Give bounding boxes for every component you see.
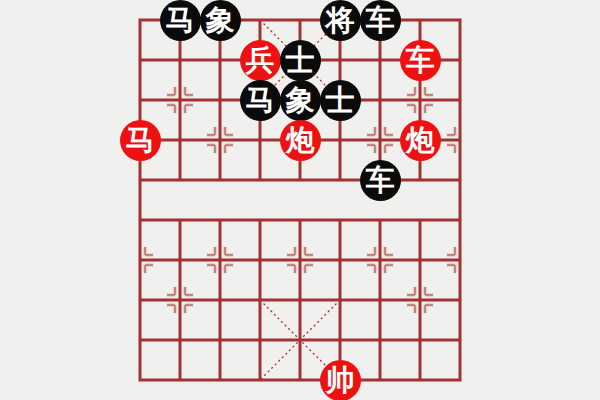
piece-black-general[interactable]: 将 [320, 0, 361, 41]
piece-black-elephant[interactable]: 象 [200, 0, 241, 41]
piece-label: 炮 [286, 126, 315, 155]
piece-label: 兵 [246, 46, 275, 75]
piece-label: 马 [126, 126, 155, 155]
piece-label: 士 [286, 46, 315, 75]
piece-black-elephant[interactable]: 象 [280, 80, 321, 121]
piece-label: 车 [406, 46, 435, 75]
piece-black-horse[interactable]: 马 [240, 80, 281, 121]
piece-label: 马 [166, 6, 195, 35]
piece-red-horse[interactable]: 马 [120, 120, 161, 161]
piece-red-soldier[interactable]: 兵 [240, 40, 281, 81]
piece-black-advisor[interactable]: 士 [320, 80, 361, 121]
piece-black-chariot[interactable]: 车 [360, 0, 401, 41]
piece-red-cannon[interactable]: 炮 [280, 120, 321, 161]
piece-label: 士 [326, 86, 355, 115]
piece-layer: 马象将车兵士车马象士马炮炮车帅 [120, 0, 480, 400]
piece-label: 将 [326, 6, 355, 35]
piece-red-general[interactable]: 帅 [320, 360, 361, 400]
piece-label: 车 [366, 6, 395, 35]
xiangqi-board: 马象将车兵士车马象士马炮炮车帅 [0, 0, 600, 400]
piece-red-chariot[interactable]: 车 [400, 40, 441, 81]
piece-label: 象 [206, 6, 235, 35]
piece-black-horse[interactable]: 马 [160, 0, 201, 41]
piece-label: 帅 [326, 366, 355, 395]
piece-red-cannon[interactable]: 炮 [400, 120, 441, 161]
piece-label: 象 [286, 86, 315, 115]
piece-black-advisor[interactable]: 士 [280, 40, 321, 81]
piece-black-chariot[interactable]: 车 [360, 160, 401, 201]
piece-label: 马 [246, 86, 275, 115]
piece-label: 炮 [406, 126, 435, 155]
piece-label: 车 [366, 166, 395, 195]
